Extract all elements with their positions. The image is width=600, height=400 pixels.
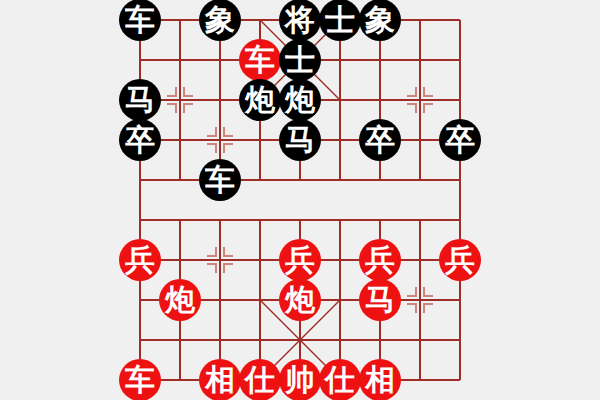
piece-red-advisor[interactable]: 仕 <box>319 359 361 400</box>
piece-glyph: 士 <box>285 45 315 75</box>
piece-black-soldier[interactable]: 卒 <box>119 119 161 161</box>
piece-red-elephant[interactable]: 相 <box>359 359 401 400</box>
piece-glyph: 卒 <box>365 125 395 155</box>
piece-black-soldier[interactable]: 卒 <box>359 119 401 161</box>
piece-glyph: 马 <box>365 285 395 315</box>
piece-glyph: 兵 <box>365 245 395 275</box>
piece-glyph: 炮 <box>245 85 275 115</box>
piece-red-elephant[interactable]: 相 <box>199 359 241 400</box>
piece-red-general[interactable]: 帅 <box>279 359 321 400</box>
piece-glyph: 车 <box>125 5 155 35</box>
piece-black-chariot[interactable]: 车 <box>119 0 161 41</box>
piece-glyph: 象 <box>205 5 235 35</box>
piece-glyph: 车 <box>125 365 155 395</box>
pieces-layer: 车象将士象车士马炮炮卒马卒卒车兵兵兵兵炮炮马车相仕帅仕相 <box>0 0 600 400</box>
piece-black-advisor[interactable]: 士 <box>319 0 361 41</box>
piece-glyph: 卒 <box>445 125 475 155</box>
piece-glyph: 车 <box>245 45 275 75</box>
piece-glyph: 象 <box>365 5 395 35</box>
piece-red-soldier[interactable]: 兵 <box>439 239 481 281</box>
piece-glyph: 炮 <box>285 85 315 115</box>
piece-red-advisor[interactable]: 仕 <box>239 359 281 400</box>
piece-glyph: 马 <box>285 125 315 155</box>
piece-red-cannon[interactable]: 炮 <box>159 279 201 321</box>
piece-red-soldier[interactable]: 兵 <box>279 239 321 281</box>
piece-glyph: 相 <box>205 365 235 395</box>
piece-glyph: 帅 <box>285 365 315 395</box>
xiangqi-board: 车象将士象车士马炮炮卒马卒卒车兵兵兵兵炮炮马车相仕帅仕相 <box>0 0 600 400</box>
piece-black-cannon[interactable]: 炮 <box>279 79 321 121</box>
piece-black-elephant[interactable]: 象 <box>359 0 401 41</box>
piece-glyph: 兵 <box>285 245 315 275</box>
piece-glyph: 兵 <box>445 245 475 275</box>
piece-glyph: 仕 <box>245 365 275 395</box>
piece-black-chariot[interactable]: 车 <box>199 159 241 201</box>
piece-glyph: 炮 <box>285 285 315 315</box>
piece-glyph: 仕 <box>325 365 355 395</box>
piece-black-horse[interactable]: 马 <box>119 79 161 121</box>
piece-red-chariot[interactable]: 车 <box>119 359 161 400</box>
piece-red-chariot[interactable]: 车 <box>239 39 281 81</box>
piece-black-soldier[interactable]: 卒 <box>439 119 481 161</box>
piece-glyph: 卒 <box>125 125 155 155</box>
piece-red-soldier[interactable]: 兵 <box>119 239 161 281</box>
piece-black-horse[interactable]: 马 <box>279 119 321 161</box>
piece-black-advisor[interactable]: 士 <box>279 39 321 81</box>
piece-red-cannon[interactable]: 炮 <box>279 279 321 321</box>
piece-glyph: 炮 <box>165 285 195 315</box>
piece-black-general[interactable]: 将 <box>279 0 321 41</box>
piece-glyph: 将 <box>285 5 315 35</box>
piece-black-cannon[interactable]: 炮 <box>239 79 281 121</box>
piece-glyph: 士 <box>325 5 355 35</box>
piece-glyph: 马 <box>125 85 155 115</box>
piece-red-horse[interactable]: 马 <box>359 279 401 321</box>
piece-glyph: 相 <box>365 365 395 395</box>
piece-glyph: 兵 <box>125 245 155 275</box>
piece-glyph: 车 <box>205 165 235 195</box>
piece-red-soldier[interactable]: 兵 <box>359 239 401 281</box>
piece-black-elephant[interactable]: 象 <box>199 0 241 41</box>
